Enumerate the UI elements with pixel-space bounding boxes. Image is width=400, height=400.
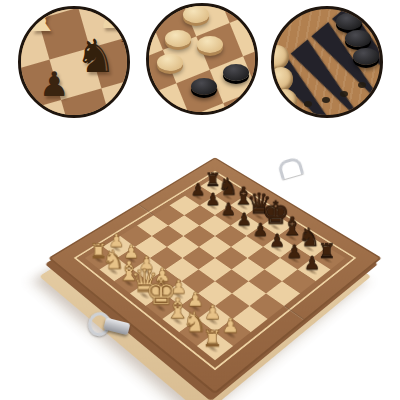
checker-disc-dark <box>191 78 217 95</box>
chess-piece-light-bishop: ♝ <box>23 6 59 37</box>
chess-board-3d: ♜♞♝♛♚♝♞♜♟♟♟♟♟♟♟♟♟♟♟♟♟♟♟♟♜♞♝♛♚♝♞♜ <box>48 157 382 394</box>
backgammon-edge-disc <box>279 109 303 118</box>
backgammon-checker-black <box>336 13 362 30</box>
backgammon-far-dot <box>340 91 348 97</box>
chess-piece-dark-bishop: ♝ <box>115 17 130 47</box>
backgammon-checker-black <box>353 48 379 65</box>
chess-board-scene: ♜♞♝♛♚♝♞♜♟♟♟♟♟♟♟♟♟♟♟♟♟♟♟♟♜♞♝♛♚♝♞♜ <box>97 140 333 376</box>
backgammon-edge-disc <box>273 89 297 113</box>
checker-disc-light <box>165 30 191 47</box>
product-photo: ♞♟♝♟♝ ♜♞♝♛♚♝♞♜♟♟♟♟♟♟♟♟♟♟♟♟♟♟♟♟♜♞♝♛♚♝♞♜ <box>0 0 400 400</box>
backgammon-far-dot <box>358 82 366 88</box>
inset-checkers-closeup <box>146 3 258 115</box>
backgammon-checker-black <box>345 30 371 47</box>
chess-piece-dark-knight: ♞ <box>75 33 116 79</box>
square-e4 <box>198 258 231 281</box>
inset-chess-closeup: ♞♟♝♟♝ <box>18 6 130 118</box>
backgammon-far-dot <box>322 97 330 103</box>
backgammon-far-dot <box>304 101 312 107</box>
latch-plate-icon <box>103 318 130 336</box>
piece-black-pawn: ♟ <box>289 254 334 272</box>
checker-disc-light <box>197 36 223 53</box>
checker-disc-light <box>157 54 183 71</box>
chess-piece-light-pawn: ♟ <box>99 6 126 33</box>
square-h1: ♜ <box>197 332 233 360</box>
piece-white-rook: ♜ <box>188 327 237 349</box>
checker-disc-dark <box>223 64 249 81</box>
chess-piece-dark-pawn: ♟ <box>39 67 69 101</box>
inset-backgammon-closeup <box>271 6 383 118</box>
checker-disc-light <box>183 6 209 23</box>
